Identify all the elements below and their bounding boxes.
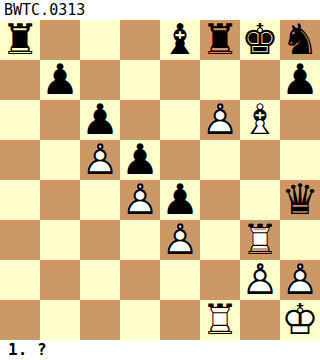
square-e8[interactable]: ♝ xyxy=(160,20,200,60)
square-e1[interactable] xyxy=(160,300,200,340)
piece-black-pawn: ♟ xyxy=(120,140,160,180)
square-b7[interactable]: ♟ xyxy=(40,60,80,100)
move-prompt: 1. ? xyxy=(0,340,47,360)
piece-black-pawn: ♟ xyxy=(40,60,80,100)
piece-glyph: ♖ xyxy=(240,220,280,260)
square-g6[interactable]: ♝♗ xyxy=(240,100,280,140)
piece-glyph: ♛ xyxy=(280,180,320,220)
piece-white-pawn: ♟♙ xyxy=(80,140,120,180)
square-d2[interactable] xyxy=(120,260,160,300)
piece-glyph: ♔ xyxy=(280,300,320,340)
square-a2[interactable] xyxy=(0,260,40,300)
square-g7[interactable] xyxy=(240,60,280,100)
piece-white-rook: ♜♖ xyxy=(200,300,240,340)
piece-glyph: ♙ xyxy=(80,140,120,180)
square-e6[interactable] xyxy=(160,100,200,140)
square-c7[interactable] xyxy=(80,60,120,100)
square-h2[interactable]: ♟♙ xyxy=(280,260,320,300)
square-b2[interactable] xyxy=(40,260,80,300)
piece-white-pawn: ♟♙ xyxy=(160,220,200,260)
piece-black-king: ♚ xyxy=(240,20,280,60)
chess-puzzle-window: BWTC.0313 ♜♝♜♚♞♟♟♟♟♙♝♗♟♙♟♟♙♟♛♟♙♜♖♟♙♟♙♜♖♚… xyxy=(0,0,320,360)
piece-black-rook: ♜ xyxy=(200,20,240,60)
square-f8[interactable]: ♜ xyxy=(200,20,240,60)
piece-glyph: ♟ xyxy=(120,140,160,180)
piece-glyph: ♟ xyxy=(80,100,120,140)
square-b1[interactable] xyxy=(40,300,80,340)
piece-glyph: ♞ xyxy=(280,20,320,60)
square-e7[interactable] xyxy=(160,60,200,100)
square-d3[interactable] xyxy=(120,220,160,260)
statusbar: 1. ? xyxy=(0,340,320,360)
square-c3[interactable] xyxy=(80,220,120,260)
square-f4[interactable] xyxy=(200,180,240,220)
square-h4[interactable]: ♛ xyxy=(280,180,320,220)
piece-glyph: ♟ xyxy=(160,180,200,220)
square-g2[interactable]: ♟♙ xyxy=(240,260,280,300)
square-f6[interactable]: ♟♙ xyxy=(200,100,240,140)
piece-black-pawn: ♟ xyxy=(80,100,120,140)
piece-black-pawn: ♟ xyxy=(160,180,200,220)
square-d5[interactable]: ♟ xyxy=(120,140,160,180)
piece-black-rook: ♜ xyxy=(0,20,40,60)
square-a8[interactable]: ♜ xyxy=(0,20,40,60)
piece-white-pawn: ♟♙ xyxy=(120,180,160,220)
square-a5[interactable] xyxy=(0,140,40,180)
square-h3[interactable] xyxy=(280,220,320,260)
square-b6[interactable] xyxy=(40,100,80,140)
square-a1[interactable] xyxy=(0,300,40,340)
square-a7[interactable] xyxy=(0,60,40,100)
piece-glyph: ♝ xyxy=(160,20,200,60)
piece-glyph: ♙ xyxy=(120,180,160,220)
square-h6[interactable] xyxy=(280,100,320,140)
piece-glyph: ♙ xyxy=(240,260,280,300)
piece-white-king: ♚♔ xyxy=(280,300,320,340)
square-h1[interactable]: ♚♔ xyxy=(280,300,320,340)
square-h7[interactable]: ♟ xyxy=(280,60,320,100)
square-f3[interactable] xyxy=(200,220,240,260)
square-g4[interactable] xyxy=(240,180,280,220)
square-g8[interactable]: ♚ xyxy=(240,20,280,60)
piece-glyph: ♚ xyxy=(240,20,280,60)
square-b8[interactable] xyxy=(40,20,80,60)
square-b3[interactable] xyxy=(40,220,80,260)
piece-glyph: ♟ xyxy=(280,60,320,100)
piece-black-pawn: ♟ xyxy=(280,60,320,100)
piece-glyph: ♜ xyxy=(200,20,240,60)
square-e2[interactable] xyxy=(160,260,200,300)
square-f7[interactable] xyxy=(200,60,240,100)
piece-white-bishop: ♝♗ xyxy=(240,100,280,140)
square-e3[interactable]: ♟♙ xyxy=(160,220,200,260)
piece-black-knight: ♞ xyxy=(280,20,320,60)
square-c8[interactable] xyxy=(80,20,120,60)
square-g3[interactable]: ♜♖ xyxy=(240,220,280,260)
square-d4[interactable]: ♟♙ xyxy=(120,180,160,220)
square-d6[interactable] xyxy=(120,100,160,140)
square-b4[interactable] xyxy=(40,180,80,220)
chess-board: ♜♝♜♚♞♟♟♟♟♙♝♗♟♙♟♟♙♟♛♟♙♜♖♟♙♟♙♜♖♚♔ xyxy=(0,20,320,340)
piece-glyph: ♙ xyxy=(200,100,240,140)
square-a3[interactable] xyxy=(0,220,40,260)
square-f1[interactable]: ♜♖ xyxy=(200,300,240,340)
square-e5[interactable] xyxy=(160,140,200,180)
square-c5[interactable]: ♟♙ xyxy=(80,140,120,180)
square-h8[interactable]: ♞ xyxy=(280,20,320,60)
piece-glyph: ♗ xyxy=(240,100,280,140)
square-g5[interactable] xyxy=(240,140,280,180)
square-f5[interactable] xyxy=(200,140,240,180)
square-c4[interactable] xyxy=(80,180,120,220)
piece-black-queen: ♛ xyxy=(280,180,320,220)
piece-glyph: ♟ xyxy=(40,60,80,100)
square-a6[interactable] xyxy=(0,100,40,140)
square-c6[interactable]: ♟ xyxy=(80,100,120,140)
piece-white-pawn: ♟♙ xyxy=(200,100,240,140)
piece-white-pawn: ♟♙ xyxy=(280,260,320,300)
piece-glyph: ♙ xyxy=(280,260,320,300)
piece-white-pawn: ♟♙ xyxy=(240,260,280,300)
square-g1[interactable] xyxy=(240,300,280,340)
piece-glyph: ♙ xyxy=(160,220,200,260)
square-h5[interactable] xyxy=(280,140,320,180)
piece-black-bishop: ♝ xyxy=(160,20,200,60)
square-c1[interactable] xyxy=(80,300,120,340)
square-b5[interactable] xyxy=(40,140,80,180)
square-e4[interactable]: ♟ xyxy=(160,180,200,220)
piece-white-rook: ♜♖ xyxy=(240,220,280,260)
piece-glyph: ♖ xyxy=(200,300,240,340)
square-d1[interactable] xyxy=(120,300,160,340)
square-d8[interactable] xyxy=(120,20,160,60)
square-d7[interactable] xyxy=(120,60,160,100)
square-f2[interactable] xyxy=(200,260,240,300)
square-c2[interactable] xyxy=(80,260,120,300)
square-a4[interactable] xyxy=(0,180,40,220)
piece-glyph: ♜ xyxy=(0,20,40,60)
